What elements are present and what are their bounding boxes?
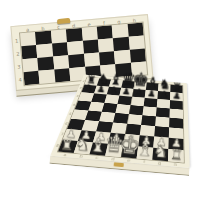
- white-bishop: ♝: [136, 139, 154, 159]
- coord-label: 2: [16, 50, 20, 56]
- coord-label: a: [26, 26, 30, 32]
- open-chess-board-scene: ♜♞♝♛♚♝♞♜♟♟♟♟♟♟♟♟♟♟♟♟♟♟♟♟♜♞♝♛♚♝♞♜ abcdefg…: [35, 71, 200, 200]
- coord-label: 1: [15, 37, 19, 43]
- black-pawn: ♟: [159, 89, 168, 99]
- coord-label: 3: [17, 63, 21, 69]
- coord-label: 5: [68, 112, 72, 116]
- black-pawn: ♟: [134, 87, 143, 97]
- black-pawn: ♟: [122, 86, 131, 96]
- white-rook: ♜: [170, 147, 183, 162]
- black-pawn: ♟: [109, 85, 118, 95]
- coord-label: 4: [18, 76, 22, 82]
- perspective-container: ♜♞♝♛♚♝♞♜♟♟♟♟♟♟♟♟♟♟♟♟♟♟♟♟♜♞♝♛♚♝♞♜ abcdefg…: [50, 16, 200, 168]
- brass-hinge: [114, 162, 124, 167]
- coord-label: 3: [76, 95, 80, 98]
- white-knight: ♞: [153, 142, 169, 160]
- folded-square: [23, 71, 39, 85]
- white-rook: ♜: [60, 137, 73, 152]
- square-f4: [141, 115, 156, 126]
- coord-label: b: [41, 25, 45, 31]
- chess-board: ♜♞♝♛♚♝♞♜♟♟♟♟♟♟♟♟♟♟♟♟♟♟♟♟♜♞♝♛♚♝♞♜ abcdefg…: [50, 74, 189, 168]
- square-h1: ♜: [168, 149, 184, 163]
- square-g1: ♞: [152, 148, 168, 161]
- coord-label: 6: [64, 121, 68, 125]
- coord-label: 2: [79, 87, 83, 90]
- black-pawn: ♟: [172, 90, 181, 100]
- chess-set-product-scene: abcdefgh 1234 ♜♞♝♛♚♝♞♜♟♟♟♟♟♟♟♟♟♟♟♟♟♟♟♟♜♞…: [0, 0, 200, 200]
- coord-label: c: [57, 23, 60, 29]
- black-pawn: ♟: [147, 88, 156, 98]
- square-f1: ♝: [137, 146, 154, 159]
- white-knight: ♞: [74, 136, 90, 154]
- black-pawn: ♟: [84, 83, 93, 93]
- black-pawn: ♟: [96, 84, 105, 94]
- square-h4: [169, 118, 183, 129]
